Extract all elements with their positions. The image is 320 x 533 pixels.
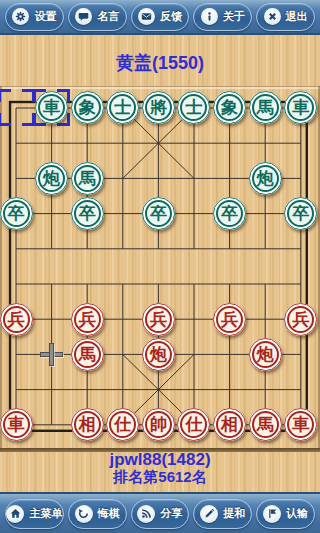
- board-point[interactable]: [176, 372, 212, 407]
- board-point[interactable]: 將: [141, 90, 177, 125]
- board-point[interactable]: [34, 126, 70, 161]
- board-point[interactable]: [212, 266, 248, 301]
- board-point[interactable]: [34, 302, 70, 337]
- board-point[interactable]: 兵: [0, 302, 34, 337]
- settings-button-label: 设置: [34, 9, 56, 24]
- gear-icon: [12, 8, 29, 25]
- board-point[interactable]: 車: [34, 90, 70, 125]
- undo-arrow-icon: [75, 505, 93, 523]
- board-point[interactable]: [105, 231, 141, 266]
- exit-button-label: 退出: [286, 9, 308, 24]
- quotes-button[interactable]: 名言: [68, 3, 127, 31]
- board-point[interactable]: [212, 337, 248, 372]
- board-point[interactable]: 卒: [0, 196, 34, 231]
- board-point[interactable]: 帥: [141, 407, 177, 442]
- player-name: jpwl88(1482): [0, 451, 320, 468]
- piece-black-advisor[interactable]: 士: [106, 91, 139, 124]
- board-point[interactable]: [212, 161, 248, 196]
- board-point[interactable]: [105, 337, 141, 372]
- piece-red-horse[interactable]: 馬: [71, 338, 104, 371]
- board-point[interactable]: 車: [283, 90, 319, 125]
- board-point[interactable]: 車: [0, 407, 34, 442]
- cursor-crosshair: [40, 343, 63, 366]
- info-icon: [201, 8, 218, 25]
- board-point[interactable]: 仕: [176, 407, 212, 442]
- board-point[interactable]: [247, 266, 283, 301]
- board-point[interactable]: [105, 161, 141, 196]
- board-point[interactable]: [34, 266, 70, 301]
- speech-bubble-icon: [75, 8, 92, 25]
- about-button-label: 关于: [223, 9, 245, 24]
- piece-red-elephant[interactable]: 相: [213, 408, 246, 441]
- board-point[interactable]: [69, 266, 105, 301]
- piece-red-cannon[interactable]: 炮: [142, 338, 175, 371]
- piece-red-chariot[interactable]: 車: [284, 408, 317, 441]
- board-point[interactable]: [69, 231, 105, 266]
- piece-red-soldier[interactable]: 兵: [284, 303, 317, 336]
- board-point[interactable]: [212, 126, 248, 161]
- piece-black-cannon[interactable]: 炮: [35, 162, 68, 195]
- board-point[interactable]: 卒: [141, 196, 177, 231]
- board-point[interactable]: 炮: [34, 161, 70, 196]
- piece-red-general[interactable]: 帥: [142, 408, 175, 441]
- piece-red-chariot[interactable]: 車: [0, 408, 33, 441]
- board-point[interactable]: [247, 302, 283, 337]
- board-point[interactable]: 仕: [105, 407, 141, 442]
- board-point[interactable]: [105, 302, 141, 337]
- board-point[interactable]: [0, 90, 34, 125]
- feedback-button[interactable]: 反馈: [131, 3, 190, 31]
- exit-button[interactable]: 退出: [256, 3, 315, 31]
- board-point[interactable]: [212, 231, 248, 266]
- resign-button-label: 认输: [286, 506, 308, 521]
- piece-red-soldier[interactable]: 兵: [71, 303, 104, 336]
- piece-red-cannon[interactable]: 炮: [249, 338, 282, 371]
- rss-share-icon: [137, 505, 155, 523]
- piece-black-soldier[interactable]: 卒: [213, 197, 246, 230]
- board-point[interactable]: [247, 372, 283, 407]
- board-point[interactable]: 炮: [247, 337, 283, 372]
- piece-black-horse[interactable]: 馬: [249, 91, 282, 124]
- board-point[interactable]: 馬: [69, 337, 105, 372]
- board-point[interactable]: [34, 407, 70, 442]
- piece-black-advisor[interactable]: 士: [177, 91, 210, 124]
- board-point[interactable]: 卒: [212, 196, 248, 231]
- piece-red-soldier[interactable]: 兵: [142, 303, 175, 336]
- home-icon: [6, 505, 24, 523]
- board-point[interactable]: 兵: [283, 302, 319, 337]
- board-point[interactable]: 士: [105, 90, 141, 125]
- envelope-icon: [138, 8, 155, 25]
- piece-red-advisor[interactable]: 仕: [106, 408, 139, 441]
- board-point[interactable]: [176, 266, 212, 301]
- board-point[interactable]: [247, 126, 283, 161]
- undo-button-label: 悔棋: [98, 506, 120, 521]
- board-point[interactable]: 象: [69, 90, 105, 125]
- board-point[interactable]: [0, 337, 34, 372]
- board-point[interactable]: [283, 266, 319, 301]
- board-point[interactable]: [176, 126, 212, 161]
- close-x-icon: [264, 8, 281, 25]
- undo-button[interactable]: 悔棋: [68, 499, 127, 529]
- board-point[interactable]: [247, 196, 283, 231]
- flag-icon: [263, 505, 281, 523]
- piece-red-advisor[interactable]: 仕: [177, 408, 210, 441]
- board-point[interactable]: 兵: [141, 302, 177, 337]
- board-point[interactable]: [141, 126, 177, 161]
- board-point[interactable]: [0, 231, 34, 266]
- bottom-toolbar: 主菜单 悔棋 分享 提和 认输: [0, 492, 320, 533]
- board-point[interactable]: 炮: [141, 337, 177, 372]
- board-point[interactable]: [176, 337, 212, 372]
- board-point[interactable]: [34, 231, 70, 266]
- board-point[interactable]: [283, 126, 319, 161]
- board-point[interactable]: [141, 161, 177, 196]
- board-point[interactable]: [141, 372, 177, 407]
- board-point[interactable]: [69, 126, 105, 161]
- piece-black-chariot[interactable]: 車: [284, 91, 317, 124]
- board-point[interactable]: 相: [69, 407, 105, 442]
- board-point[interactable]: [141, 231, 177, 266]
- opponent-name: 黄盖(1550): [0, 51, 320, 75]
- piece-black-cannon[interactable]: 炮: [249, 162, 282, 195]
- draw-offer-button[interactable]: 提和: [193, 499, 252, 529]
- board-point[interactable]: [212, 372, 248, 407]
- board-point[interactable]: [105, 372, 141, 407]
- piece-black-soldier[interactable]: 卒: [71, 197, 104, 230]
- board-point[interactable]: [105, 266, 141, 301]
- board-point[interactable]: [105, 126, 141, 161]
- main-menu-button[interactable]: 主菜单: [5, 499, 64, 529]
- player-info: jpwl88(1482) 排名第5612名: [0, 451, 320, 485]
- board-point[interactable]: [176, 196, 212, 231]
- board-point[interactable]: 炮: [247, 161, 283, 196]
- settings-button[interactable]: 设置: [5, 3, 64, 31]
- board-point[interactable]: [283, 161, 319, 196]
- piece-black-soldier[interactable]: 卒: [142, 197, 175, 230]
- board-point[interactable]: 士: [176, 90, 212, 125]
- piece-black-general[interactable]: 將: [142, 91, 175, 124]
- board-point[interactable]: 兵: [212, 302, 248, 337]
- board-point[interactable]: [176, 161, 212, 196]
- piece-red-elephant[interactable]: 相: [71, 408, 104, 441]
- quotes-button-label: 名言: [97, 9, 119, 24]
- board-point[interactable]: [34, 196, 70, 231]
- piece-black-soldier[interactable]: 卒: [0, 197, 33, 230]
- board-point[interactable]: [0, 266, 34, 301]
- last-move-marker: [0, 89, 35, 126]
- board-point[interactable]: [247, 231, 283, 266]
- board-point[interactable]: [34, 337, 70, 372]
- draw-offer-button-label: 提和: [223, 506, 245, 521]
- board-point[interactable]: [0, 161, 34, 196]
- piece-black-elephant[interactable]: 象: [71, 91, 104, 124]
- board-point[interactable]: 馬: [247, 407, 283, 442]
- feedback-button-label: 反馈: [160, 9, 182, 24]
- board-point[interactable]: [34, 372, 70, 407]
- about-button[interactable]: 关于: [193, 3, 252, 31]
- board-point[interactable]: [283, 337, 319, 372]
- top-toolbar: 设置 名言 反馈 关于 退出: [0, 0, 320, 35]
- board-point[interactable]: [176, 302, 212, 337]
- board-point[interactable]: [0, 372, 34, 407]
- board-point[interactable]: [176, 231, 212, 266]
- board-point[interactable]: [69, 372, 105, 407]
- piece-black-soldier[interactable]: 卒: [284, 197, 317, 230]
- board-point[interactable]: 車: [283, 407, 319, 442]
- board-point[interactable]: 卒: [69, 196, 105, 231]
- piece-red-soldier[interactable]: 兵: [0, 303, 33, 336]
- share-button[interactable]: 分享: [131, 499, 190, 529]
- resign-button[interactable]: 认输: [256, 499, 315, 529]
- piece-black-elephant[interactable]: 象: [213, 91, 246, 124]
- board-point[interactable]: 相: [212, 407, 248, 442]
- piece-red-soldier[interactable]: 兵: [213, 303, 246, 336]
- board-point[interactable]: 卒: [283, 196, 319, 231]
- board-points: 車象士將士象馬車炮馬炮卒卒卒卒卒兵兵兵兵兵馬炮炮車相仕帥仕相馬車: [0, 90, 319, 442]
- board-point[interactable]: 馬: [69, 161, 105, 196]
- board-point[interactable]: 兵: [69, 302, 105, 337]
- board-point[interactable]: [105, 196, 141, 231]
- board-point[interactable]: [141, 266, 177, 301]
- board-point[interactable]: [283, 231, 319, 266]
- board-point[interactable]: 象: [212, 90, 248, 125]
- board-point[interactable]: [283, 372, 319, 407]
- share-button-label: 分享: [160, 506, 182, 521]
- board-point[interactable]: 馬: [247, 90, 283, 125]
- piece-black-horse[interactable]: 馬: [71, 162, 104, 195]
- board-point[interactable]: [0, 126, 34, 161]
- player-rank: 排名第5612名: [0, 468, 320, 485]
- piece-red-horse[interactable]: 馬: [249, 408, 282, 441]
- pencil-icon: [200, 505, 218, 523]
- xiangqi-board: 車象士將士象馬車炮馬炮卒卒卒卒卒兵兵兵兵兵馬炮炮車相仕帥仕相馬車: [0, 88, 320, 449]
- main-menu-button-label: 主菜单: [29, 506, 62, 521]
